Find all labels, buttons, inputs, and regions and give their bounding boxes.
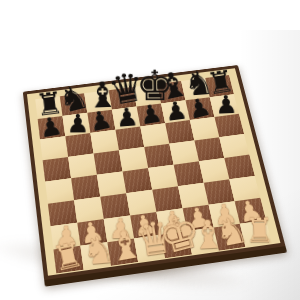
square-a1[interactable] [53, 246, 83, 274]
board-frame: ♜♞♝♛♚♝♞♜♟♟♟♟♟♟♟♟♟♟♟♟♟♟♟♟♜♞♝♛♚♝♞♜ [27, 68, 281, 275]
chess-board: ♜♞♝♛♚♝♞♜♟♟♟♟♟♟♟♟♟♟♟♟♟♟♟♟♜♞♝♛♚♝♞♜ [23, 65, 287, 287]
square-d1[interactable] [134, 235, 165, 262]
square-h1[interactable] [240, 220, 272, 247]
square-c1[interactable] [107, 238, 138, 265]
board-grid: ♜♞♝♛♚♝♞♜♟♟♟♟♟♟♟♟♟♟♟♟♟♟♟♟♜♞♝♛♚♝♞♜ [35, 75, 272, 274]
square-b1[interactable] [80, 242, 111, 270]
board-edge-trim: ♜♞♝♛♚♝♞♜♟♟♟♟♟♟♟♟♟♟♟♟♟♟♟♟♜♞♝♛♚♝♞♜ [23, 65, 287, 287]
chess-set-photo: ♜♞♝♛♚♝♞♜♟♟♟♟♟♟♟♟♟♟♟♟♟♟♟♟♜♞♝♛♚♝♞♜ [0, 0, 300, 300]
board-scene: ♜♞♝♛♚♝♞♜♟♟♟♟♟♟♟♟♟♟♟♟♟♟♟♟♜♞♝♛♚♝♞♜ [0, 0, 300, 300]
